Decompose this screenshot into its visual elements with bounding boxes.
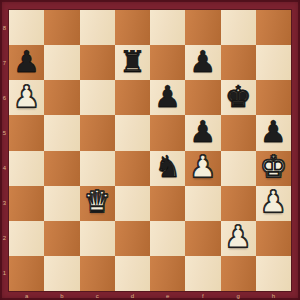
square-d5[interactable] (115, 115, 150, 150)
square-g5[interactable] (221, 115, 256, 150)
square-f1[interactable] (185, 256, 220, 291)
rank-label-1: 1 (0, 256, 9, 291)
square-a2[interactable] (9, 221, 44, 256)
black-pawn-h5[interactable]: ♟ (260, 117, 287, 147)
rank-labels: 87654321 (0, 10, 9, 291)
square-d2[interactable] (115, 221, 150, 256)
square-b7[interactable] (44, 45, 79, 80)
file-label-d: d (115, 291, 150, 300)
file-label-f: f (185, 291, 220, 300)
square-e5[interactable] (150, 115, 185, 150)
square-g4[interactable] (221, 151, 256, 186)
square-b3[interactable] (44, 186, 79, 221)
square-d6[interactable] (115, 80, 150, 115)
square-c5[interactable] (80, 115, 115, 150)
square-a7[interactable]: ♟ (9, 45, 44, 80)
square-a1[interactable] (9, 256, 44, 291)
black-rook-d7[interactable]: ♜ (119, 47, 146, 77)
white-pawn-g2[interactable]: ♟ (225, 222, 252, 252)
square-c6[interactable] (80, 80, 115, 115)
file-label-c: c (80, 291, 115, 300)
square-a4[interactable] (9, 151, 44, 186)
square-h6[interactable] (256, 80, 291, 115)
square-f4[interactable]: ♟ (185, 151, 220, 186)
square-g7[interactable] (221, 45, 256, 80)
square-c3[interactable]: ♛ (80, 186, 115, 221)
square-b8[interactable] (44, 10, 79, 45)
square-d8[interactable] (115, 10, 150, 45)
square-e8[interactable] (150, 10, 185, 45)
square-f8[interactable] (185, 10, 220, 45)
white-queen-c3[interactable]: ♛ (84, 187, 111, 217)
square-d7[interactable]: ♜ (115, 45, 150, 80)
square-e6[interactable]: ♟ (150, 80, 185, 115)
square-b5[interactable] (44, 115, 79, 150)
square-h4[interactable]: ♚ (256, 151, 291, 186)
chess-board-frame: 87654321 abcdefgh ♟♜♟♟♟♚♟♟♞♟♚♛♟♟ (0, 0, 300, 300)
chess-board: ♟♜♟♟♟♚♟♟♞♟♚♛♟♟ (9, 10, 291, 291)
square-d1[interactable] (115, 256, 150, 291)
black-knight-e4[interactable]: ♞ (154, 152, 181, 182)
square-a3[interactable] (9, 186, 44, 221)
white-pawn-f4[interactable]: ♟ (189, 152, 216, 182)
square-g2[interactable]: ♟ (221, 221, 256, 256)
square-h1[interactable] (256, 256, 291, 291)
square-d4[interactable] (115, 151, 150, 186)
white-pawn-h3[interactable]: ♟ (260, 187, 287, 217)
rank-label-4: 4 (0, 151, 9, 186)
square-h3[interactable]: ♟ (256, 186, 291, 221)
black-pawn-e6[interactable]: ♟ (154, 82, 181, 112)
square-b1[interactable] (44, 256, 79, 291)
square-a5[interactable] (9, 115, 44, 150)
square-d3[interactable] (115, 186, 150, 221)
square-h8[interactable] (256, 10, 291, 45)
file-label-g: g (221, 291, 256, 300)
square-f7[interactable]: ♟ (185, 45, 220, 80)
square-h5[interactable]: ♟ (256, 115, 291, 150)
square-g1[interactable] (221, 256, 256, 291)
black-king-g6[interactable]: ♚ (225, 82, 252, 112)
file-label-a: a (9, 291, 44, 300)
black-pawn-f7[interactable]: ♟ (189, 47, 216, 77)
black-pawn-a7[interactable]: ♟ (13, 47, 40, 77)
square-c8[interactable] (80, 10, 115, 45)
square-c7[interactable] (80, 45, 115, 80)
square-e4[interactable]: ♞ (150, 151, 185, 186)
rank-label-8: 8 (0, 10, 9, 45)
square-f2[interactable] (185, 221, 220, 256)
square-a8[interactable] (9, 10, 44, 45)
rank-label-2: 2 (0, 221, 9, 256)
rank-label-6: 6 (0, 80, 9, 115)
square-b6[interactable] (44, 80, 79, 115)
file-label-h: h (256, 291, 291, 300)
square-h7[interactable] (256, 45, 291, 80)
rank-label-3: 3 (0, 186, 9, 221)
square-b4[interactable] (44, 151, 79, 186)
white-pawn-a6[interactable]: ♟ (13, 82, 40, 112)
square-a6[interactable]: ♟ (9, 80, 44, 115)
square-g8[interactable] (221, 10, 256, 45)
square-g6[interactable]: ♚ (221, 80, 256, 115)
square-h2[interactable] (256, 221, 291, 256)
square-e7[interactable] (150, 45, 185, 80)
square-c4[interactable] (80, 151, 115, 186)
square-c1[interactable] (80, 256, 115, 291)
square-e1[interactable] (150, 256, 185, 291)
white-king-h4[interactable]: ♚ (260, 152, 287, 182)
file-label-b: b (44, 291, 79, 300)
square-c2[interactable] (80, 221, 115, 256)
file-label-e: e (150, 291, 185, 300)
square-g3[interactable] (221, 186, 256, 221)
square-b2[interactable] (44, 221, 79, 256)
file-labels: abcdefgh (9, 291, 291, 300)
square-f6[interactable] (185, 80, 220, 115)
rank-label-7: 7 (0, 45, 9, 80)
square-f5[interactable]: ♟ (185, 115, 220, 150)
square-e2[interactable] (150, 221, 185, 256)
square-f3[interactable] (185, 186, 220, 221)
rank-label-5: 5 (0, 115, 9, 150)
black-pawn-f5[interactable]: ♟ (189, 117, 216, 147)
square-e3[interactable] (150, 186, 185, 221)
